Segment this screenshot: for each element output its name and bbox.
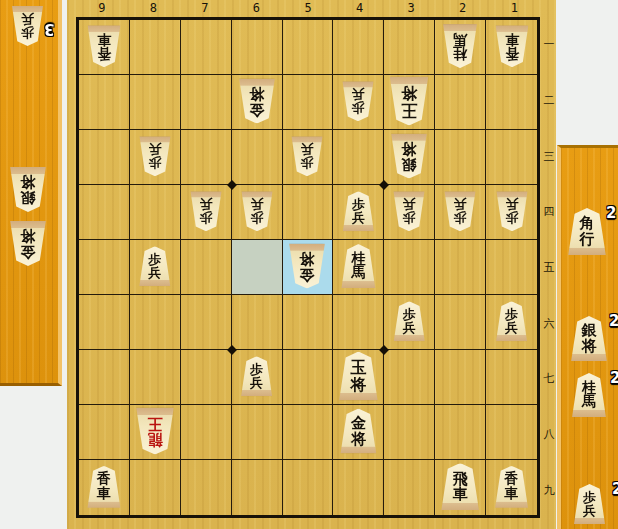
sente-knight-in-hand[interactable]: 桂馬 (571, 373, 607, 417)
square-6七[interactable]: 歩兵 (232, 350, 283, 405)
sente-silver-count: 2 (609, 312, 618, 330)
shogi-board: 987654321 一二三四五六七八九 香車桂馬香車金将歩兵王将歩兵歩兵銀将歩兵… (67, 0, 556, 529)
piece-kanji: 歩 (352, 101, 365, 114)
piece-kanji: 兵 (250, 198, 263, 211)
piece-kanji: 香 (505, 472, 519, 486)
gote-knight[interactable]: 桂馬 (442, 24, 478, 68)
gote-gold[interactable]: 金将 (238, 79, 276, 124)
sente-bishop-count: 2 (606, 204, 616, 222)
piece-kanji: 将 (582, 339, 597, 354)
rank-label-2: 二 (542, 73, 556, 129)
square-5九[interactable] (283, 460, 334, 515)
square-1一[interactable]: 香車 (486, 20, 537, 75)
gote-king[interactable]: 王将 (389, 77, 430, 126)
piece-kanji: 角 (580, 216, 595, 231)
square-3九[interactable] (384, 460, 435, 515)
piece-kanji: 銀 (582, 323, 597, 338)
file-label-2: 2 (437, 1, 489, 16)
piece-kanji: 王 (147, 416, 162, 431)
gote-pawn[interactable]: 歩兵 (189, 191, 222, 231)
sente-pawn-in-hand[interactable]: 歩兵 (573, 484, 606, 524)
sente-bishop-in-hand[interactable]: 角行 (567, 208, 607, 255)
square-7八[interactable] (181, 405, 232, 460)
square-8二[interactable] (130, 75, 181, 130)
piece-kanji: 将 (21, 174, 36, 189)
piece-kanji: 歩 (199, 211, 212, 224)
square-2三[interactable] (435, 130, 486, 185)
gote-gold-in-hand[interactable]: 金将 (9, 221, 47, 266)
square-4七[interactable]: 玉将 (333, 350, 384, 405)
piece-kanji: 兵 (505, 198, 518, 211)
square-9六[interactable] (79, 295, 130, 350)
board-grid: 香車桂馬香車金将歩兵王将歩兵歩兵銀将歩兵歩兵歩兵歩兵歩兵歩兵歩兵金将桂馬歩兵歩兵… (76, 17, 540, 518)
gote-lance[interactable]: 香車 (494, 25, 529, 67)
file-label-5: 5 (282, 1, 334, 16)
sente-lance[interactable]: 香車 (494, 466, 529, 508)
sente-pawn[interactable]: 歩兵 (393, 301, 426, 341)
piece-kanji: 金 (21, 244, 36, 259)
piece-kanji: 香 (97, 46, 111, 60)
square-2九[interactable]: 飛車 (435, 460, 486, 515)
piece-kanji: 兵 (301, 143, 314, 156)
piece-kanji: 龍 (147, 431, 162, 446)
square-4四[interactable]: 歩兵 (333, 185, 384, 240)
piece-kanji: 王 (401, 101, 417, 117)
sente-knight-count: 2 (610, 369, 618, 387)
piece-kanji: 飛 (453, 471, 468, 486)
sente-king[interactable]: 玉将 (338, 352, 379, 401)
square-7六[interactable] (181, 295, 232, 350)
gote-pawn[interactable]: 歩兵 (342, 81, 375, 121)
gote-pawn[interactable]: 歩兵 (291, 136, 324, 176)
piece-kanji: 歩 (505, 211, 518, 224)
gote-pawn[interactable]: 歩兵 (240, 191, 273, 231)
square-8九[interactable] (130, 460, 181, 515)
square-3三[interactable]: 銀将 (384, 130, 435, 185)
square-5四[interactable] (283, 185, 334, 240)
square-6五-last-move-from[interactable] (232, 240, 283, 295)
piece-kanji: 金 (351, 416, 366, 431)
piece-kanji: 兵 (148, 143, 161, 156)
gote-pawn[interactable]: 歩兵 (138, 136, 171, 176)
file-label-3: 3 (385, 1, 437, 16)
square-8八[interactable]: 龍王 (130, 405, 181, 460)
piece-kanji: 兵 (352, 88, 365, 101)
piece-kanji: 将 (300, 251, 315, 266)
piece-kanji: 兵 (250, 376, 263, 389)
square-3一[interactable] (384, 20, 435, 75)
square-2二[interactable] (435, 75, 486, 130)
square-1六[interactable]: 歩兵 (486, 295, 537, 350)
square-7二[interactable] (181, 75, 232, 130)
gote-pawn-count: 3 (44, 20, 54, 38)
square-1五[interactable] (486, 240, 537, 295)
square-6六[interactable] (232, 295, 283, 350)
square-1二[interactable] (486, 75, 537, 130)
file-label-9: 9 (76, 1, 128, 16)
square-6三[interactable] (232, 130, 283, 185)
square-7七[interactable] (181, 350, 232, 405)
piece-kanji: 兵 (403, 321, 416, 334)
square-3五[interactable] (384, 240, 435, 295)
piece-kanji: 金 (249, 101, 264, 116)
piece-kanji: 兵 (21, 13, 34, 26)
piece-kanji: 桂 (453, 46, 467, 60)
gote-lance[interactable]: 香車 (86, 25, 121, 67)
square-4八[interactable]: 金将 (333, 405, 384, 460)
square-8四[interactable] (130, 185, 181, 240)
square-5二[interactable] (283, 75, 334, 130)
file-label-1: 1 (489, 1, 541, 16)
square-3四[interactable]: 歩兵 (384, 185, 435, 240)
sente-rook[interactable]: 飛車 (440, 463, 480, 510)
piece-kanji: 香 (505, 46, 519, 60)
piece-kanji: 香 (97, 472, 111, 486)
sente-gold[interactable]: 金将 (339, 409, 377, 454)
piece-kanji: 馬 (453, 32, 467, 46)
square-5五-last-move-to[interactable]: 金将 (283, 240, 334, 295)
sente-pawn[interactable]: 歩兵 (138, 246, 171, 286)
piece-kanji: 馬 (351, 266, 365, 280)
square-7五[interactable] (181, 240, 232, 295)
piece-kanji: 将 (21, 228, 36, 243)
piece-kanji: 銀 (402, 156, 417, 171)
square-3六[interactable]: 歩兵 (384, 295, 435, 350)
square-1三[interactable] (486, 130, 537, 185)
gote-promoted-rook[interactable]: 龍王 (135, 408, 175, 455)
piece-kanji: 歩 (250, 211, 263, 224)
gote-pawn[interactable]: 歩兵 (444, 191, 477, 231)
piece-kanji: 歩 (403, 211, 416, 224)
file-label-7: 7 (179, 1, 231, 16)
piece-kanji: 歩 (21, 26, 34, 39)
rank-label-4: 四 (542, 184, 556, 240)
square-4一[interactable] (333, 20, 384, 75)
piece-kanji: 将 (351, 431, 366, 446)
file-label-8: 8 (128, 1, 180, 16)
gote-silver-in-hand[interactable]: 銀将 (9, 167, 47, 212)
square-2五[interactable] (435, 240, 486, 295)
sente-knight[interactable]: 桂馬 (340, 244, 376, 288)
piece-kanji: 桂 (351, 252, 365, 266)
square-6四[interactable]: 歩兵 (232, 185, 283, 240)
piece-kanji: 行 (580, 232, 595, 247)
piece-kanji: 歩 (583, 491, 596, 504)
sente-pawn[interactable]: 歩兵 (342, 191, 375, 231)
gote-captured-stand: 歩兵3銀将金将 (0, 0, 62, 386)
square-4九[interactable] (333, 460, 384, 515)
piece-kanji: 将 (249, 86, 264, 101)
rank-label-9: 九 (542, 462, 556, 518)
square-4三[interactable] (333, 130, 384, 185)
square-6八[interactable] (232, 405, 283, 460)
square-9八[interactable] (79, 405, 130, 460)
piece-kanji: 将 (350, 376, 366, 392)
piece-kanji: 将 (401, 85, 417, 101)
square-5八[interactable] (283, 405, 334, 460)
square-8七[interactable] (130, 350, 181, 405)
square-2四[interactable]: 歩兵 (435, 185, 486, 240)
square-6一[interactable] (232, 20, 283, 75)
file-label-6: 6 (231, 1, 283, 16)
gote-pawn[interactable]: 歩兵 (495, 191, 528, 231)
rank-label-1: 一 (542, 17, 556, 73)
square-9五[interactable] (79, 240, 130, 295)
square-4二[interactable]: 歩兵 (333, 75, 384, 130)
square-5一[interactable] (283, 20, 334, 75)
piece-kanji: 将 (402, 141, 417, 156)
square-8六[interactable] (130, 295, 181, 350)
rank-label-8: 八 (542, 407, 556, 463)
square-5六[interactable] (283, 295, 334, 350)
square-7一[interactable] (181, 20, 232, 75)
piece-kanji: 歩 (454, 211, 467, 224)
square-9二[interactable] (79, 75, 130, 130)
piece-kanji: 歩 (148, 156, 161, 169)
square-7九[interactable] (181, 460, 232, 515)
piece-kanji: 銀 (21, 190, 36, 205)
square-9一[interactable]: 香車 (79, 20, 130, 75)
file-labels: 987654321 (76, 1, 540, 16)
square-9四[interactable] (79, 185, 130, 240)
square-2六[interactable] (435, 295, 486, 350)
square-2八[interactable] (435, 405, 486, 460)
piece-kanji: 車 (505, 32, 519, 46)
square-3七[interactable] (384, 350, 435, 405)
piece-kanji: 兵 (199, 198, 212, 211)
piece-kanji: 車 (505, 487, 519, 501)
square-9三[interactable] (79, 130, 130, 185)
piece-kanji: 馬 (582, 395, 596, 409)
square-6九[interactable] (232, 460, 283, 515)
square-5三[interactable]: 歩兵 (283, 130, 334, 185)
square-3八[interactable] (384, 405, 435, 460)
file-label-4: 4 (334, 1, 386, 16)
sente-pawn[interactable]: 歩兵 (495, 301, 528, 341)
square-8一[interactable] (130, 20, 181, 75)
square-1九[interactable]: 香車 (486, 460, 537, 515)
rank-labels: 一二三四五六七八九 (542, 17, 556, 518)
piece-kanji: 桂 (582, 381, 596, 395)
rank-label-5: 五 (542, 240, 556, 296)
square-3二[interactable]: 王将 (384, 75, 435, 130)
sente-lance[interactable]: 香車 (86, 466, 121, 508)
square-7三[interactable] (181, 130, 232, 185)
piece-kanji: 歩 (301, 156, 314, 169)
square-4五[interactable]: 桂馬 (333, 240, 384, 295)
square-1四[interactable]: 歩兵 (486, 185, 537, 240)
square-4六[interactable] (333, 295, 384, 350)
square-6二[interactable]: 金将 (232, 75, 283, 130)
square-2七[interactable] (435, 350, 486, 405)
square-1七[interactable] (486, 350, 537, 405)
piece-kanji: 兵 (583, 504, 596, 517)
square-5七[interactable] (283, 350, 334, 405)
square-8五[interactable]: 歩兵 (130, 240, 181, 295)
piece-kanji: 兵 (148, 266, 161, 279)
rank-label-7: 七 (542, 351, 556, 407)
rank-label-6: 六 (542, 295, 556, 351)
piece-kanji: 車 (453, 487, 468, 502)
square-9九[interactable]: 香車 (79, 460, 130, 515)
sente-silver-in-hand[interactable]: 銀将 (570, 316, 608, 361)
sente-pawn-count: 2 (612, 480, 618, 498)
piece-kanji: 兵 (403, 198, 416, 211)
square-2一[interactable]: 桂馬 (435, 20, 486, 75)
gote-pawn[interactable]: 歩兵 (393, 191, 426, 231)
piece-kanji: 玉 (350, 360, 366, 376)
piece-kanji: 兵 (505, 321, 518, 334)
square-9七[interactable] (79, 350, 130, 405)
gote-gold[interactable]: 金将 (288, 244, 326, 289)
square-7四[interactable]: 歩兵 (181, 185, 232, 240)
piece-kanji: 金 (300, 266, 315, 281)
rank-label-3: 三 (542, 128, 556, 184)
piece-kanji: 兵 (454, 198, 467, 211)
square-1八[interactable] (486, 405, 537, 460)
sente-pawn[interactable]: 歩兵 (240, 356, 273, 396)
gote-pawn-in-hand[interactable]: 歩兵 (11, 6, 44, 46)
piece-kanji: 車 (97, 487, 111, 501)
piece-kanji: 兵 (352, 211, 365, 224)
piece-kanji: 車 (97, 32, 111, 46)
gote-silver[interactable]: 銀将 (390, 134, 428, 179)
sente-captured-stand: 角行2銀将2桂馬2歩兵2 (557, 145, 618, 529)
square-8三[interactable]: 歩兵 (130, 130, 181, 185)
